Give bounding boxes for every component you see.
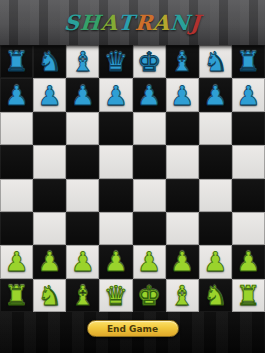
square-h4[interactable] <box>232 179 265 212</box>
piece-black-pawn: ♟ <box>203 82 227 109</box>
square-b1[interactable]: ♞ <box>33 279 66 312</box>
app-title: SHATRANJ <box>64 10 202 35</box>
square-h2[interactable]: ♟ <box>232 245 265 278</box>
piece-black-pawn: ♟ <box>236 82 260 109</box>
piece-black-king: ♚ <box>137 48 161 75</box>
square-d7[interactable]: ♟ <box>99 78 132 111</box>
square-a3[interactable] <box>0 212 33 245</box>
title-letter: T <box>117 10 135 35</box>
piece-white-rook: ♜ <box>4 282 28 309</box>
square-f2[interactable]: ♟ <box>166 245 199 278</box>
square-f3[interactable] <box>166 212 199 245</box>
piece-white-pawn: ♟ <box>4 248 28 275</box>
footer-bar: End Game <box>0 312 265 353</box>
piece-white-knight: ♞ <box>38 282 62 309</box>
square-c2[interactable]: ♟ <box>66 245 99 278</box>
square-a7[interactable]: ♟ <box>0 78 33 111</box>
square-d1[interactable]: ♛ <box>99 279 132 312</box>
square-h5[interactable] <box>232 145 265 178</box>
square-g1[interactable]: ♞ <box>199 279 232 312</box>
piece-black-pawn: ♟ <box>104 82 128 109</box>
chess-board: ♜♞♝♛♚♝♞♜♟♟♟♟♟♟♟♟♟♟♟♟♟♟♟♟♜♞♝♛♚♝♞♜ <box>0 45 265 312</box>
square-d8[interactable]: ♛ <box>99 45 132 78</box>
piece-black-pawn: ♟ <box>4 82 28 109</box>
square-d6[interactable] <box>99 112 132 145</box>
square-g6[interactable] <box>199 112 232 145</box>
square-b5[interactable] <box>33 145 66 178</box>
square-a8[interactable]: ♜ <box>0 45 33 78</box>
square-b3[interactable] <box>33 212 66 245</box>
square-f5[interactable] <box>166 145 199 178</box>
piece-white-knight: ♞ <box>203 282 227 309</box>
square-h6[interactable] <box>232 112 265 145</box>
title-letter: R <box>134 10 154 35</box>
square-c1[interactable]: ♝ <box>66 279 99 312</box>
square-f7[interactable]: ♟ <box>166 78 199 111</box>
square-a5[interactable] <box>0 145 33 178</box>
app-header: SHATRANJ <box>0 0 265 45</box>
piece-white-pawn: ♟ <box>38 248 62 275</box>
square-b7[interactable]: ♟ <box>33 78 66 111</box>
title-letter: H <box>79 10 102 35</box>
square-g4[interactable] <box>199 179 232 212</box>
piece-black-knight: ♞ <box>38 48 62 75</box>
square-g7[interactable]: ♟ <box>199 78 232 111</box>
square-c5[interactable] <box>66 145 99 178</box>
end-game-button[interactable]: End Game <box>87 320 179 337</box>
square-d3[interactable] <box>99 212 132 245</box>
square-b4[interactable] <box>33 179 66 212</box>
square-e3[interactable] <box>133 212 166 245</box>
piece-black-bishop: ♝ <box>71 48 95 75</box>
square-h8[interactable]: ♜ <box>232 45 265 78</box>
square-e5[interactable] <box>133 145 166 178</box>
square-d5[interactable] <box>99 145 132 178</box>
square-c7[interactable]: ♟ <box>66 78 99 111</box>
square-e1[interactable]: ♚ <box>133 279 166 312</box>
square-f6[interactable] <box>166 112 199 145</box>
square-c6[interactable] <box>66 112 99 145</box>
square-h1[interactable]: ♜ <box>232 279 265 312</box>
piece-black-pawn: ♟ <box>170 82 194 109</box>
square-g8[interactable]: ♞ <box>199 45 232 78</box>
square-h7[interactable]: ♟ <box>232 78 265 111</box>
piece-black-rook: ♜ <box>236 48 260 75</box>
piece-white-bishop: ♝ <box>170 282 194 309</box>
piece-black-pawn: ♟ <box>137 82 161 109</box>
title-letter: S <box>63 10 81 35</box>
piece-black-pawn: ♟ <box>38 82 62 109</box>
square-b8[interactable]: ♞ <box>33 45 66 78</box>
piece-black-queen: ♛ <box>104 48 128 75</box>
square-d2[interactable]: ♟ <box>99 245 132 278</box>
square-a2[interactable]: ♟ <box>0 245 33 278</box>
square-e7[interactable]: ♟ <box>133 78 166 111</box>
square-b6[interactable] <box>33 112 66 145</box>
piece-white-king: ♚ <box>137 282 161 309</box>
square-g5[interactable] <box>199 145 232 178</box>
square-f8[interactable]: ♝ <box>166 45 199 78</box>
square-f1[interactable]: ♝ <box>166 279 199 312</box>
piece-black-rook: ♜ <box>4 48 28 75</box>
square-c3[interactable] <box>66 212 99 245</box>
square-g2[interactable]: ♟ <box>199 245 232 278</box>
piece-black-pawn: ♟ <box>71 82 95 109</box>
square-e4[interactable] <box>133 179 166 212</box>
square-h3[interactable] <box>232 212 265 245</box>
piece-white-queen: ♛ <box>104 282 128 309</box>
piece-white-rook: ♜ <box>236 282 260 309</box>
piece-black-knight: ♞ <box>203 48 227 75</box>
piece-white-pawn: ♟ <box>137 248 161 275</box>
title-letter: A <box>100 10 119 35</box>
piece-white-pawn: ♟ <box>203 248 227 275</box>
square-f4[interactable] <box>166 179 199 212</box>
title-letter: J <box>190 10 203 35</box>
title-letter: N <box>169 10 191 35</box>
square-a6[interactable] <box>0 112 33 145</box>
square-a1[interactable]: ♜ <box>0 279 33 312</box>
square-e2[interactable]: ♟ <box>133 245 166 278</box>
square-e8[interactable]: ♚ <box>133 45 166 78</box>
square-a4[interactable] <box>0 179 33 212</box>
square-d4[interactable] <box>99 179 132 212</box>
piece-white-pawn: ♟ <box>236 248 260 275</box>
title-letter: A <box>152 10 171 35</box>
piece-white-pawn: ♟ <box>71 248 95 275</box>
square-c4[interactable] <box>66 179 99 212</box>
square-b2[interactable]: ♟ <box>33 245 66 278</box>
piece-white-pawn: ♟ <box>104 248 128 275</box>
piece-white-bishop: ♝ <box>71 282 95 309</box>
square-c8[interactable]: ♝ <box>66 45 99 78</box>
piece-white-pawn: ♟ <box>170 248 194 275</box>
piece-black-bishop: ♝ <box>170 48 194 75</box>
square-g3[interactable] <box>199 212 232 245</box>
square-e6[interactable] <box>133 112 166 145</box>
